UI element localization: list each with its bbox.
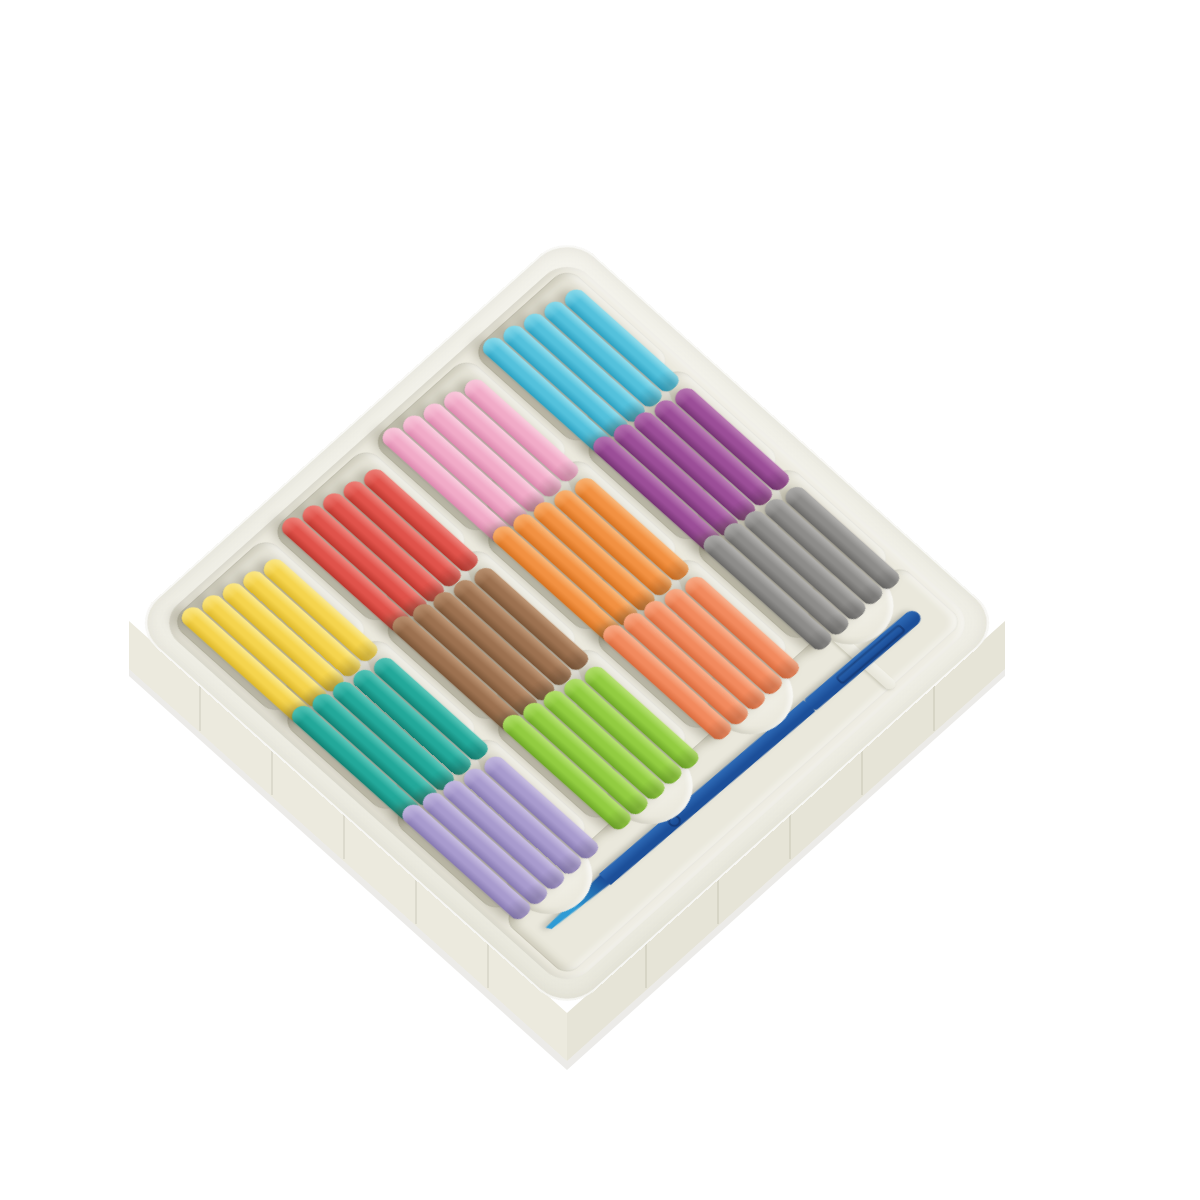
product-photo-clay-set xyxy=(0,0,1200,1200)
